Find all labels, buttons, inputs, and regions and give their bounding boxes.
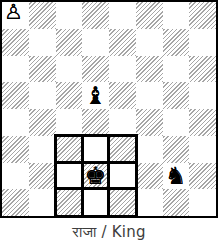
square-c2: [56, 163, 83, 190]
square-a2: [2, 163, 29, 190]
square-f5: [136, 82, 163, 109]
chess-diagram: ♙♝♚♞ राजा / King: [0, 0, 218, 246]
square-g1: [163, 189, 190, 216]
square-e8: [109, 2, 136, 29]
square-c5: [56, 82, 83, 109]
square-h3: [189, 136, 216, 163]
square-b6: [29, 56, 56, 83]
square-e1: [109, 189, 136, 216]
square-h5: [189, 82, 216, 109]
square-d7: [82, 29, 109, 56]
square-e2: [109, 163, 136, 190]
square-e4: [109, 109, 136, 136]
square-d5: ♝: [82, 82, 109, 109]
square-b7: [29, 29, 56, 56]
square-d1: [82, 189, 109, 216]
square-g7: [163, 29, 190, 56]
square-e7: [109, 29, 136, 56]
chess-board: ♙♝♚♞: [0, 0, 218, 218]
square-h1: [189, 189, 216, 216]
caption: राजा / King: [0, 218, 218, 246]
square-b4: [29, 109, 56, 136]
square-g2: ♞: [163, 163, 190, 190]
square-b2: [29, 163, 56, 190]
square-f4: [136, 109, 163, 136]
square-h8: [189, 2, 216, 29]
square-a3: [2, 136, 29, 163]
square-c6: [56, 56, 83, 83]
square-g4: [163, 109, 190, 136]
square-a8: ♙: [2, 2, 29, 29]
square-a5: [2, 82, 29, 109]
square-f1: [136, 189, 163, 216]
square-d6: [82, 56, 109, 83]
square-d8: [82, 2, 109, 29]
square-f6: [136, 56, 163, 83]
black-knight: ♞: [165, 164, 187, 188]
square-g3: [163, 136, 190, 163]
square-c4: [56, 109, 83, 136]
black-bishop: ♝: [85, 84, 107, 108]
square-f3: [136, 136, 163, 163]
square-h2: [189, 163, 216, 190]
square-e5: [109, 82, 136, 109]
square-d3: [82, 136, 109, 163]
square-c1: [56, 189, 83, 216]
square-f8: [136, 2, 163, 29]
square-c3: [56, 136, 83, 163]
square-a6: [2, 56, 29, 83]
square-b3: [29, 136, 56, 163]
square-a4: [2, 109, 29, 136]
square-f7: [136, 29, 163, 56]
square-g6: [163, 56, 190, 83]
black-king: ♚: [85, 164, 107, 188]
square-b5: [29, 82, 56, 109]
square-e6: [109, 56, 136, 83]
square-c8: [56, 2, 83, 29]
square-b1: [29, 189, 56, 216]
square-b8: [29, 2, 56, 29]
square-g8: [163, 2, 190, 29]
square-h7: [189, 29, 216, 56]
square-d4: [82, 109, 109, 136]
square-a1: [2, 189, 29, 216]
square-g5: [163, 82, 190, 109]
square-h4: [189, 109, 216, 136]
white-pawn: ♙: [4, 2, 23, 23]
square-h6: [189, 56, 216, 83]
square-c7: [56, 29, 83, 56]
board-grid: ♙♝♚♞: [2, 2, 216, 216]
square-f2: [136, 163, 163, 190]
square-a7: [2, 29, 29, 56]
square-e3: [109, 136, 136, 163]
square-d2: ♚: [82, 163, 109, 190]
